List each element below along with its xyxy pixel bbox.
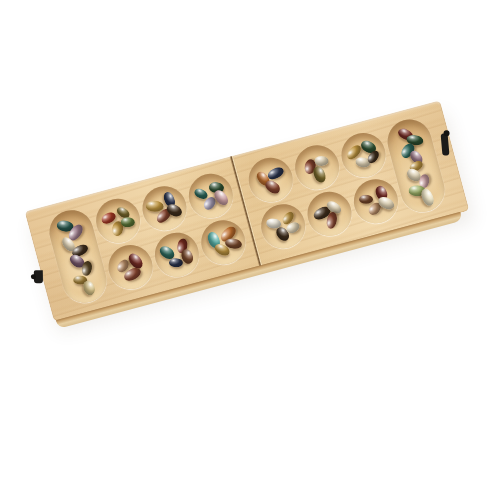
latch-left — [34, 270, 43, 283]
stone-navy — [169, 258, 183, 267]
pit-bottom-1[interactable] — [104, 240, 158, 294]
pit-top-3[interactable] — [184, 169, 238, 223]
pit-bottom-2[interactable] — [150, 228, 204, 282]
pit-bottom-5[interactable] — [303, 187, 357, 241]
stone-green — [121, 217, 135, 227]
stone-amber — [145, 200, 163, 211]
pit-top-1[interactable] — [91, 194, 145, 248]
pit-bottom-4[interactable] — [256, 199, 310, 253]
pit-top-2[interactable] — [138, 181, 192, 235]
stone-pale-cream — [419, 186, 436, 207]
pit-top-5[interactable] — [290, 140, 344, 194]
stone-cream — [315, 156, 329, 166]
pit-top-6[interactable] — [337, 128, 391, 182]
pit-bottom-6[interactable] — [349, 174, 403, 228]
stone-brown — [359, 194, 373, 203]
pit-top-4[interactable] — [244, 153, 298, 207]
product-photo — [0, 0, 500, 500]
pit-bottom-3[interactable] — [196, 215, 250, 269]
latch-right — [441, 133, 450, 156]
mancala-board — [25, 100, 470, 321]
